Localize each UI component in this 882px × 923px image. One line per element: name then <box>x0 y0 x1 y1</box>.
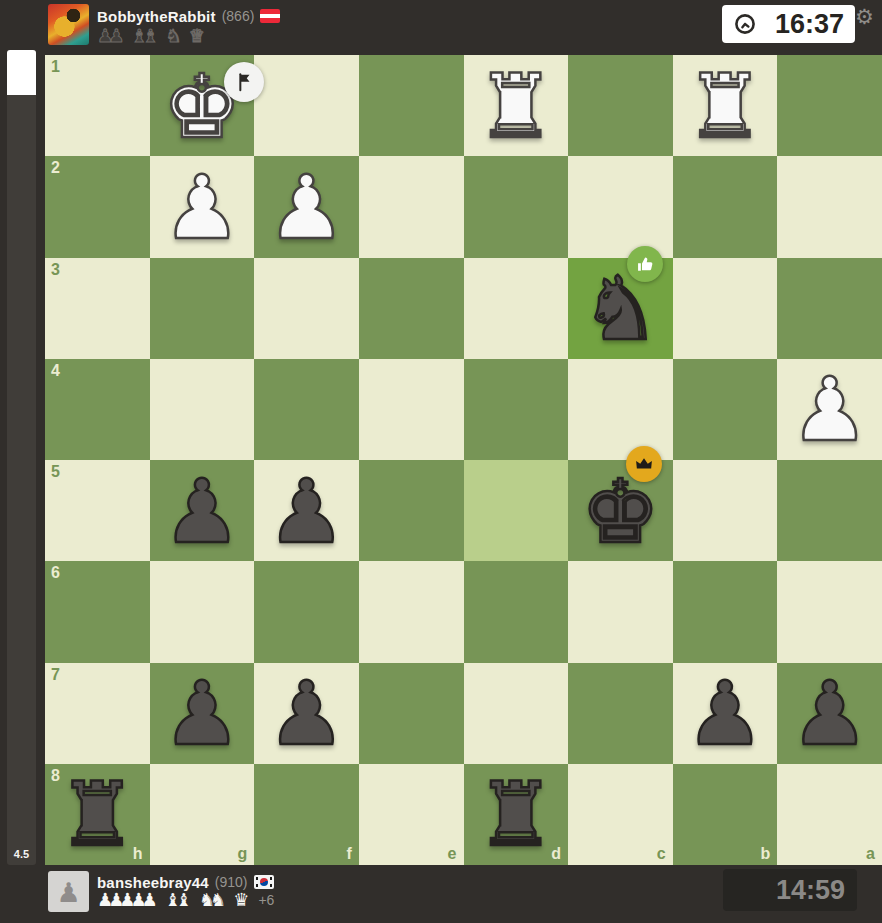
top-player-name[interactable]: BobbytheRabbit <box>97 8 216 25</box>
file-label: c <box>657 846 666 862</box>
square-d6[interactable] <box>464 561 569 662</box>
square-h2[interactable]: 2 <box>45 156 150 257</box>
square-a7[interactable]: ♟ <box>777 663 882 764</box>
captured-bishop-icons: ♝♝ <box>131 26 158 46</box>
black-pawn[interactable]: ♟ <box>267 670 346 758</box>
top-captured-pieces: ♟♟♝♝♞♛ <box>97 26 205 46</box>
south-korea-flag-icon <box>254 875 274 889</box>
white-pawn[interactable]: ♟ <box>790 366 869 454</box>
file-label: e <box>448 846 457 862</box>
square-e7[interactable] <box>359 663 464 764</box>
square-h3[interactable]: 3 <box>45 258 150 359</box>
square-g4[interactable] <box>150 359 255 460</box>
square-h5[interactable]: 5 <box>45 460 150 561</box>
captured-queen-icons: ♛ <box>233 890 249 910</box>
rank-label: 7 <box>51 667 60 683</box>
rank-label: 4 <box>51 363 60 379</box>
file-label: a <box>866 846 875 862</box>
square-f6[interactable] <box>254 561 359 662</box>
bottom-player-avatar[interactable]: ♟ <box>48 871 89 912</box>
black-pawn[interactable]: ♟ <box>267 468 346 556</box>
square-d1[interactable]: ♜ <box>464 55 569 156</box>
square-f7[interactable]: ♟ <box>254 663 359 764</box>
square-f2[interactable]: ♟ <box>254 156 359 257</box>
top-player-time: 16:37 <box>775 9 844 40</box>
black-pawn[interactable]: ♟ <box>790 670 869 758</box>
square-b4[interactable] <box>673 359 778 460</box>
top-player-line: BobbytheRabbit (866) <box>97 7 280 25</box>
square-c2[interactable] <box>568 156 673 257</box>
thumbs-up-badge <box>627 246 663 282</box>
captured-knight-icons: ♞♞ <box>199 890 226 910</box>
square-e4[interactable] <box>359 359 464 460</box>
square-g3[interactable] <box>150 258 255 359</box>
square-a2[interactable] <box>777 156 882 257</box>
square-d7[interactable] <box>464 663 569 764</box>
file-label: g <box>237 846 247 862</box>
square-b2[interactable] <box>673 156 778 257</box>
square-g6[interactable] <box>150 561 255 662</box>
square-b5[interactable] <box>673 460 778 561</box>
square-f1[interactable] <box>254 55 359 156</box>
rank-label: 5 <box>51 464 60 480</box>
black-rook[interactable]: ♜ <box>58 771 137 859</box>
square-c4[interactable] <box>568 359 673 460</box>
evaluation-value: 4.5 <box>7 848 36 860</box>
bottom-player-rating: (910) <box>215 874 248 890</box>
square-c1[interactable] <box>568 55 673 156</box>
captured-bishop-icons: ♝♝ <box>165 890 192 910</box>
captured-pawn-icons: ♟♟♟♟♟ <box>97 890 158 910</box>
bottom-player-clock: 14:59 <box>723 869 857 911</box>
square-c6[interactable] <box>568 561 673 662</box>
black-pawn[interactable]: ♟ <box>162 468 241 556</box>
bottom-captured-pieces: ♟♟♟♟♟♝♝♞♞♛+6 <box>97 890 274 910</box>
square-c7[interactable] <box>568 663 673 764</box>
rank-label: 1 <box>51 59 60 75</box>
austria-flag-icon <box>260 9 280 23</box>
winner-crown-badge <box>626 446 662 482</box>
square-b7[interactable]: ♟ <box>673 663 778 764</box>
square-d8[interactable]: d♜ <box>464 764 569 865</box>
square-b1[interactable]: ♜ <box>673 55 778 156</box>
white-pawn[interactable]: ♟ <box>162 164 241 252</box>
rank-label: 2 <box>51 160 60 176</box>
white-rook[interactable]: ♜ <box>686 63 765 151</box>
square-a1[interactable] <box>777 55 882 156</box>
square-e5[interactable] <box>359 460 464 561</box>
black-rook[interactable]: ♜ <box>476 771 555 859</box>
bottom-player-time: 14:59 <box>776 875 845 906</box>
bottom-player-name[interactable]: bansheebray44 <box>97 874 209 891</box>
square-h8[interactable]: 8h♜ <box>45 764 150 865</box>
flag-badge <box>224 62 264 102</box>
chess-game-screen: BobbytheRabbit (866) ♟♟♝♝♞♛ 16:37 ⚙ 4.5 … <box>0 0 882 923</box>
square-h4[interactable]: 4 <box>45 359 150 460</box>
captured-queen-icons: ♛ <box>189 26 205 46</box>
square-d3[interactable] <box>464 258 569 359</box>
file-label: b <box>761 846 771 862</box>
square-e3[interactable] <box>359 258 464 359</box>
black-pawn[interactable]: ♟ <box>686 670 765 758</box>
gear-icon[interactable]: ⚙ <box>855 7 874 28</box>
square-e6[interactable] <box>359 561 464 662</box>
chess-board: 1♚♜♜2♟♟3♞4♟5♟♟♚67♟♟♟♟8h♜gfed♜cba <box>45 55 882 865</box>
square-c8[interactable]: c <box>568 764 673 865</box>
material-advantage: +6 <box>258 892 274 908</box>
square-f3[interactable] <box>254 258 359 359</box>
default-avatar-pawn-icon: ♟ <box>56 879 80 906</box>
square-f5[interactable]: ♟ <box>254 460 359 561</box>
clock-icon <box>733 12 757 36</box>
square-g8[interactable]: g <box>150 764 255 865</box>
white-rook[interactable]: ♜ <box>476 63 555 151</box>
square-f4[interactable] <box>254 359 359 460</box>
evaluation-bar: 4.5 <box>7 50 36 865</box>
square-g7[interactable]: ♟ <box>150 663 255 764</box>
square-a8[interactable]: a <box>777 764 882 865</box>
top-player-avatar[interactable] <box>48 4 89 45</box>
rank-label: 3 <box>51 262 60 278</box>
top-player-clock: 16:37 <box>722 5 855 43</box>
rank-label: 6 <box>51 565 60 581</box>
captured-knight-icons: ♞ <box>166 26 182 46</box>
square-a3[interactable] <box>777 258 882 359</box>
square-f8[interactable]: f <box>254 764 359 865</box>
square-d4[interactable] <box>464 359 569 460</box>
square-d5[interactable] <box>464 460 569 561</box>
file-label: f <box>347 846 352 862</box>
evaluation-bar-white-segment <box>7 50 36 95</box>
square-e1[interactable] <box>359 55 464 156</box>
square-h1[interactable]: 1 <box>45 55 150 156</box>
square-a6[interactable] <box>777 561 882 662</box>
square-a5[interactable] <box>777 460 882 561</box>
square-e8[interactable]: e <box>359 764 464 865</box>
square-a4[interactable]: ♟ <box>777 359 882 460</box>
square-b8[interactable]: b <box>673 764 778 865</box>
square-e2[interactable] <box>359 156 464 257</box>
square-d2[interactable] <box>464 156 569 257</box>
square-h7[interactable]: 7 <box>45 663 150 764</box>
top-player-rating: (866) <box>222 8 255 24</box>
square-g5[interactable]: ♟ <box>150 460 255 561</box>
black-pawn[interactable]: ♟ <box>162 670 241 758</box>
captured-pawn-icons: ♟♟ <box>97 26 124 46</box>
square-b6[interactable] <box>673 561 778 662</box>
white-pawn[interactable]: ♟ <box>267 164 346 252</box>
square-g2[interactable]: ♟ <box>150 156 255 257</box>
square-b3[interactable] <box>673 258 778 359</box>
square-h6[interactable]: 6 <box>45 561 150 662</box>
